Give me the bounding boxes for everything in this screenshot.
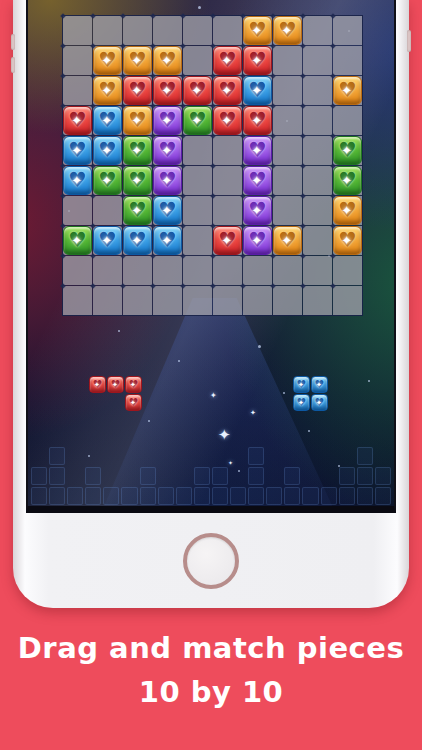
board-cell: ♥✦ (213, 46, 242, 75)
board-cell (303, 196, 332, 225)
board-cell (213, 136, 242, 165)
sparkle-icon: ✦ (251, 142, 262, 157)
sparkle-icon: ✦ (221, 52, 232, 67)
block-purple: ♥✦ (243, 166, 272, 195)
block-red: ♥✦ (213, 106, 242, 135)
piece-cell: ♥✦ (311, 376, 328, 393)
block-red: ♥✦ (243, 46, 272, 75)
board-cell: ♥✦ (243, 136, 272, 165)
block-orange: ♥✦ (273, 226, 302, 255)
block-red: ♥✦ (213, 46, 242, 75)
board-cell (213, 16, 242, 45)
block-orange: ♥✦ (93, 76, 122, 105)
board-cell: ♥✦ (333, 196, 362, 225)
board-cell (303, 166, 332, 195)
sparkle-icon: ✦ (281, 232, 292, 247)
board-cell: ♥✦ (93, 226, 122, 255)
block-green: ♥✦ (63, 226, 92, 255)
volume-down-button (11, 57, 15, 73)
board-cell (123, 16, 152, 45)
sparkle-icon: ✦ (161, 112, 172, 127)
caption: Drag and match pieces 10 by 10 (0, 626, 422, 714)
board-cell: ♥✦ (333, 76, 362, 105)
sparkle-icon: ✦ (251, 52, 262, 67)
skyline-column (48, 446, 66, 506)
sparkle-icon: ✦ (131, 172, 142, 187)
block-blue: ♥✦ (243, 76, 272, 105)
sparkle-icon: ✦ (131, 112, 142, 127)
sparkle-icon: ✦ (161, 172, 172, 187)
board-cell: ♥✦ (153, 76, 182, 105)
board-cell: ♥✦ (333, 226, 362, 255)
sparkle-icon: ✦ (341, 232, 352, 247)
board-cell: ♥✦ (123, 106, 152, 135)
piece-cell: ♥✦ (293, 394, 310, 411)
board-cell (183, 196, 212, 225)
piece-cell: ♥✦ (311, 394, 328, 411)
sparkle-icon: ✦ (101, 112, 112, 127)
skyline-column (157, 486, 175, 506)
board-cell (93, 16, 122, 45)
home-button (183, 533, 239, 589)
skyline-column (338, 466, 356, 506)
sparkle-icon: ✦ (341, 142, 352, 157)
sparkle-icon: ✦ (341, 202, 352, 217)
sparkle-icon: ✦ (130, 380, 136, 388)
board-cell (303, 106, 332, 135)
board-cell: ♥✦ (123, 136, 152, 165)
board-cell (303, 16, 332, 45)
board-cell (303, 286, 332, 315)
block-orange: ♥✦ (333, 76, 362, 105)
board-cell (93, 256, 122, 285)
block-red: ♥✦ (125, 376, 142, 393)
board-cell (213, 286, 242, 315)
board-cell (333, 106, 362, 135)
board-cell (303, 136, 332, 165)
star-sparkle-icon: ✦ (250, 410, 256, 417)
board-cell: ♥✦ (243, 226, 272, 255)
board-cell (303, 256, 332, 285)
board-cell (123, 256, 152, 285)
sparkle-icon: ✦ (221, 82, 232, 97)
block-orange: ♥✦ (273, 16, 302, 45)
board-cell (243, 256, 272, 285)
piece-cell: ♥✦ (107, 376, 124, 393)
sparkle-icon: ✦ (131, 232, 142, 247)
board-cell: ♥✦ (123, 226, 152, 255)
block-blue: ♥✦ (63, 166, 92, 195)
board-cell (273, 76, 302, 105)
board-cell: ♥✦ (63, 226, 92, 255)
sparkle-icon: ✦ (131, 142, 142, 157)
skyline-column (320, 486, 338, 506)
block-blue: ♥✦ (93, 136, 122, 165)
board-cell (183, 226, 212, 255)
sparkle-icon: ✦ (251, 82, 262, 97)
star-dot (308, 430, 310, 432)
block-purple: ♥✦ (153, 136, 182, 165)
block-purple: ♥✦ (153, 166, 182, 195)
sparkle-icon: ✦ (71, 142, 82, 157)
piece-cell: ♥✦ (89, 376, 106, 393)
board-cell: ♥✦ (153, 46, 182, 75)
board-cell (93, 196, 122, 225)
sparkle-icon: ✦ (281, 22, 292, 37)
block-blue: ♥✦ (153, 226, 182, 255)
skyline-column (84, 466, 102, 506)
board-cell (123, 286, 152, 315)
skyline-column (120, 486, 138, 506)
block-orange: ♥✦ (123, 46, 152, 75)
skyline-column (139, 466, 157, 506)
sparkle-icon: ✦ (130, 398, 136, 406)
board-cell (63, 16, 92, 45)
skyline-column (247, 446, 265, 506)
game-board: ♥✦♥✦♥✦♥✦♥✦♥✦♥✦♥✦♥✦♥✦♥✦♥✦♥✦♥✦♥✦♥✦♥✦♥✦♥✦♥✦… (62, 15, 363, 316)
sparkle-icon: ✦ (191, 82, 202, 97)
sparkle-icon: ✦ (101, 172, 112, 187)
blue-square-piece[interactable]: ♥✦♥✦♥✦♥✦ (293, 376, 328, 411)
board-cell: ♥✦ (63, 166, 92, 195)
star-dot (118, 330, 120, 332)
board-cell (213, 166, 242, 195)
sparkle-icon: ✦ (161, 202, 172, 217)
board-cell: ♥✦ (333, 136, 362, 165)
board-cell: ♥✦ (243, 196, 272, 225)
sparkle-icon: ✦ (71, 172, 82, 187)
sparkle-icon: ✦ (298, 380, 304, 388)
block-green: ♥✦ (123, 196, 152, 225)
phone-frame: ✦✦✦✦ ♥✦♥✦♥✦♥✦♥✦♥✦♥✦♥✦♥✦♥✦♥✦♥✦♥✦♥✦♥✦♥✦♥✦♥… (13, 0, 409, 608)
board-cell: ♥✦ (93, 76, 122, 105)
block-orange: ♥✦ (333, 226, 362, 255)
block-red: ♥✦ (213, 76, 242, 105)
block-orange: ♥✦ (123, 106, 152, 135)
star-sparkle-icon: ✦ (210, 392, 217, 400)
star-dot (368, 380, 370, 382)
board-cell (63, 196, 92, 225)
piece-cell: ♥✦ (125, 394, 142, 411)
sparkle-icon: ✦ (298, 398, 304, 406)
board-cell (273, 136, 302, 165)
star-dot (283, 392, 285, 394)
block-purple: ♥✦ (243, 136, 272, 165)
board-cell: ♥✦ (63, 136, 92, 165)
board-cell (63, 256, 92, 285)
board-cell: ♥✦ (273, 226, 302, 255)
power-button (407, 30, 411, 52)
phone-screen: ✦✦✦✦ ♥✦♥✦♥✦♥✦♥✦♥✦♥✦♥✦♥✦♥✦♥✦♥✦♥✦♥✦♥✦♥✦♥✦♥… (26, 0, 396, 513)
sparkle-icon: ✦ (101, 82, 112, 97)
block-green: ♥✦ (333, 136, 362, 165)
skyline-column (175, 486, 193, 506)
skyline-column (66, 486, 84, 506)
skyline-column (211, 466, 229, 506)
skyline-column (374, 466, 392, 506)
board-cell (183, 166, 212, 195)
piece-cell: ♥✦ (293, 376, 310, 393)
piece-cell: ♥✦ (125, 376, 142, 393)
skyline-column (229, 486, 247, 506)
sparkle-icon: ✦ (112, 380, 118, 388)
block-red: ♥✦ (107, 376, 124, 393)
caption-line-1: Drag and match pieces (0, 626, 422, 670)
sparkle-icon: ✦ (251, 22, 262, 37)
sparkle-icon: ✦ (161, 232, 172, 247)
board-cell: ♥✦ (93, 166, 122, 195)
block-blue: ♥✦ (63, 136, 92, 165)
board-cell: ♥✦ (243, 166, 272, 195)
block-green: ♥✦ (123, 136, 152, 165)
block-green: ♥✦ (183, 106, 212, 135)
block-orange: ♥✦ (93, 46, 122, 75)
board-cell (333, 16, 362, 45)
sparkle-icon: ✦ (71, 232, 82, 247)
board-cell (183, 286, 212, 315)
block-green: ♥✦ (123, 166, 152, 195)
board-cell (183, 16, 212, 45)
board-cell: ♥✦ (153, 166, 182, 195)
block-green: ♥✦ (333, 166, 362, 195)
board-cell: ♥✦ (153, 136, 182, 165)
block-orange: ♥✦ (153, 46, 182, 75)
block-green: ♥✦ (93, 166, 122, 195)
board-cell (333, 46, 362, 75)
skyline-decoration (30, 446, 392, 506)
block-blue: ♥✦ (153, 196, 182, 225)
sparkle-icon: ✦ (251, 172, 262, 187)
sparkle-icon: ✦ (316, 398, 322, 406)
board-cell: ♥✦ (213, 106, 242, 135)
board-cell: ♥✦ (123, 166, 152, 195)
board-cell (153, 16, 182, 45)
board-cell: ♥✦ (213, 226, 242, 255)
block-purple: ♥✦ (243, 226, 272, 255)
board-cell: ♥✦ (243, 76, 272, 105)
board-cell (273, 256, 302, 285)
sparkle-icon: ✦ (94, 380, 100, 388)
skyline-column (301, 486, 319, 506)
sparkle-icon: ✦ (221, 232, 232, 247)
sparkle-icon: ✦ (131, 52, 142, 67)
sparkle-icon: ✦ (341, 172, 352, 187)
board-cell (63, 76, 92, 105)
sparkle-icon: ✦ (101, 142, 112, 157)
star-dot (178, 360, 180, 362)
block-red: ♥✦ (89, 376, 106, 393)
board-cell (273, 106, 302, 135)
sparkle-icon: ✦ (251, 232, 262, 247)
skyline-column (30, 466, 48, 506)
block-red: ♥✦ (183, 76, 212, 105)
sparkle-icon: ✦ (131, 82, 142, 97)
board-cell: ♥✦ (63, 106, 92, 135)
board-cell (153, 256, 182, 285)
star-dot (198, 6, 201, 9)
app-store-screenshot: ✦✦✦✦ ♥✦♥✦♥✦♥✦♥✦♥✦♥✦♥✦♥✦♥✦♥✦♥✦♥✦♥✦♥✦♥✦♥✦♥… (0, 0, 422, 750)
skyline-column (283, 466, 301, 506)
board-cell (183, 46, 212, 75)
board-cell: ♥✦ (123, 76, 152, 105)
piece-cell-empty (89, 394, 106, 411)
block-red: ♥✦ (63, 106, 92, 135)
block-blue: ♥✦ (311, 394, 328, 411)
board-cell (273, 286, 302, 315)
sparkle-icon: ✦ (161, 82, 172, 97)
board-cell: ♥✦ (333, 166, 362, 195)
star-dot (258, 345, 261, 348)
board-cell (153, 286, 182, 315)
block-orange: ♥✦ (333, 196, 362, 225)
block-blue: ♥✦ (93, 226, 122, 255)
board-cell (183, 136, 212, 165)
block-orange: ♥✦ (243, 16, 272, 45)
sparkle-icon: ✦ (101, 232, 112, 247)
sparkle-icon: ✦ (316, 380, 322, 388)
sparkle-icon: ✦ (341, 82, 352, 97)
board-cell (273, 166, 302, 195)
board-cell: ♥✦ (243, 106, 272, 135)
volume-up-button (11, 34, 15, 50)
skyline-column (356, 446, 374, 506)
board-cell (273, 196, 302, 225)
board-cell: ♥✦ (153, 106, 182, 135)
skyline-column (265, 486, 283, 506)
board-cell (63, 286, 92, 315)
board-cell: ♥✦ (153, 226, 182, 255)
red-j-piece[interactable]: ♥✦♥✦♥✦♥✦ (89, 376, 142, 411)
board-cell (273, 46, 302, 75)
block-blue: ♥✦ (311, 376, 328, 393)
board-cell (303, 76, 332, 105)
board-cell: ♥✦ (153, 196, 182, 225)
board-cell: ♥✦ (123, 46, 152, 75)
board-cell (303, 46, 332, 75)
sparkle-icon: ✦ (161, 142, 172, 157)
board-cell: ♥✦ (93, 46, 122, 75)
star-dot (148, 420, 150, 422)
sparkle-icon: ✦ (71, 112, 82, 127)
skyline-column (193, 466, 211, 506)
board-cell (333, 256, 362, 285)
block-purple: ♥✦ (243, 196, 272, 225)
star-sparkle-icon: ✦ (218, 428, 231, 443)
board-cell: ♥✦ (93, 106, 122, 135)
board-cell: ♥✦ (93, 136, 122, 165)
block-red: ♥✦ (153, 76, 182, 105)
board-cell (243, 286, 272, 315)
board-cell (333, 286, 362, 315)
sparkle-icon: ✦ (131, 202, 142, 217)
board-cell: ♥✦ (183, 106, 212, 135)
caption-line-2: 10 by 10 (0, 670, 422, 714)
board-cell: ♥✦ (243, 46, 272, 75)
block-red: ♥✦ (125, 394, 142, 411)
board-cell (303, 226, 332, 255)
piece-cell-empty (107, 394, 124, 411)
sparkle-icon: ✦ (191, 112, 202, 127)
sparkle-icon: ✦ (221, 112, 232, 127)
board-cell: ♥✦ (243, 16, 272, 45)
block-blue: ♥✦ (293, 394, 310, 411)
block-red: ♥✦ (243, 106, 272, 135)
board-cell: ♥✦ (123, 196, 152, 225)
block-blue: ♥✦ (123, 226, 152, 255)
board-cell (93, 286, 122, 315)
sparkle-icon: ✦ (251, 202, 262, 217)
block-blue: ♥✦ (293, 376, 310, 393)
board-cell: ♥✦ (213, 76, 242, 105)
sparkle-icon: ✦ (101, 52, 112, 67)
board-cell (183, 256, 212, 285)
sparkle-icon: ✦ (251, 112, 262, 127)
block-blue: ♥✦ (93, 106, 122, 135)
board-cell (63, 46, 92, 75)
block-purple: ♥✦ (153, 106, 182, 135)
skyline-column (102, 486, 120, 506)
board-cell (213, 256, 242, 285)
block-red: ♥✦ (213, 226, 242, 255)
board-cell (213, 196, 242, 225)
board-cell: ♥✦ (183, 76, 212, 105)
sparkle-icon: ✦ (161, 52, 172, 67)
board-cell: ♥✦ (273, 16, 302, 45)
block-red: ♥✦ (123, 76, 152, 105)
